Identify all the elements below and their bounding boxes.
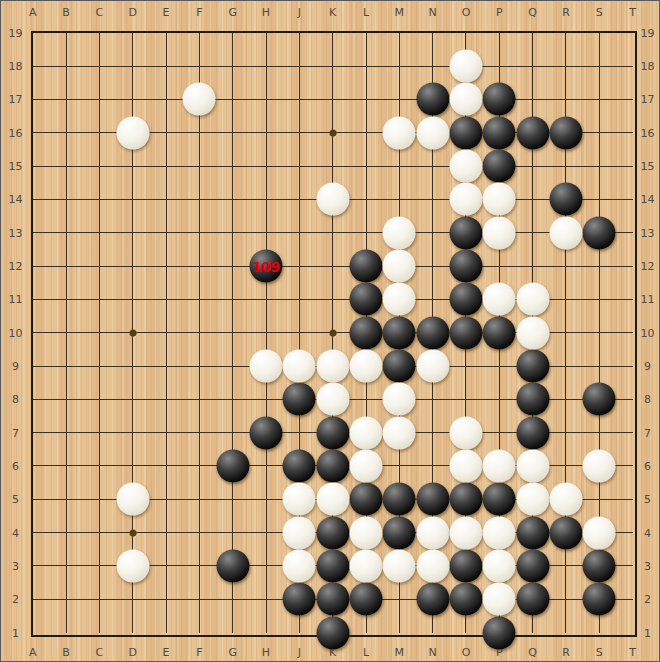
bottom-coord-N: N bbox=[429, 646, 437, 659]
left-coord-15: 15 bbox=[9, 160, 23, 173]
black-stone-H7 bbox=[250, 416, 283, 449]
bottom-coord-A: A bbox=[29, 646, 37, 659]
black-stone-O16 bbox=[449, 116, 482, 149]
left-coord-7: 7 bbox=[12, 426, 19, 439]
top-coord-J: J bbox=[298, 5, 301, 18]
white-stone-M11 bbox=[383, 283, 416, 316]
black-stone-R4 bbox=[549, 516, 582, 549]
black-stone-K1 bbox=[316, 616, 349, 649]
black-stone-P5 bbox=[483, 483, 516, 516]
black-stone-O10 bbox=[449, 316, 482, 349]
black-stone-J8 bbox=[283, 383, 316, 416]
white-stone-K8 bbox=[316, 383, 349, 416]
right-coord-1: 1 bbox=[644, 626, 651, 639]
left-coord-4: 4 bbox=[12, 526, 19, 539]
top-coord-S: S bbox=[596, 5, 603, 18]
white-stone-D5 bbox=[116, 483, 149, 516]
bottom-coord-S: S bbox=[596, 646, 603, 659]
top-coord-E: E bbox=[163, 5, 170, 18]
black-stone-L11 bbox=[350, 283, 383, 316]
black-stone-G3 bbox=[216, 549, 249, 582]
right-coord-11: 11 bbox=[641, 293, 655, 306]
bottom-coord-D: D bbox=[128, 646, 136, 659]
bottom-coord-L: L bbox=[363, 646, 369, 659]
black-stone-K4 bbox=[316, 516, 349, 549]
black-stone-S2 bbox=[583, 583, 616, 616]
white-stone-R5 bbox=[549, 483, 582, 516]
white-stone-O4 bbox=[449, 516, 482, 549]
black-stone-S3 bbox=[583, 549, 616, 582]
white-stone-M7 bbox=[383, 416, 416, 449]
bottom-coord-G: G bbox=[228, 646, 237, 659]
right-coord-3: 3 bbox=[644, 559, 651, 572]
top-coord-D: D bbox=[128, 5, 136, 18]
go-board[interactable]: AABBCCDDEEFFGGHHJJKKLLMMNNOOPPQQRRSSTT19… bbox=[0, 0, 660, 662]
black-stone-H12: 109 bbox=[250, 250, 283, 283]
left-coord-5: 5 bbox=[12, 493, 19, 506]
black-stone-O3 bbox=[449, 549, 482, 582]
white-stone-P14 bbox=[483, 183, 516, 216]
black-stone-L10 bbox=[350, 316, 383, 349]
black-stone-S13 bbox=[583, 216, 616, 249]
black-stone-K7 bbox=[316, 416, 349, 449]
white-stone-M12 bbox=[383, 250, 416, 283]
right-coord-17: 17 bbox=[641, 93, 655, 106]
left-coord-6: 6 bbox=[12, 459, 19, 472]
black-stone-N5 bbox=[416, 483, 449, 516]
black-stone-K6 bbox=[316, 449, 349, 482]
left-coord-14: 14 bbox=[9, 193, 23, 206]
white-stone-S6 bbox=[583, 449, 616, 482]
black-stone-N17 bbox=[416, 83, 449, 116]
black-stone-N10 bbox=[416, 316, 449, 349]
right-coord-6: 6 bbox=[644, 459, 651, 472]
black-stone-J6 bbox=[283, 449, 316, 482]
top-coord-K: K bbox=[329, 5, 336, 18]
left-coord-18: 18 bbox=[9, 60, 23, 73]
black-stone-Q16 bbox=[516, 116, 549, 149]
white-stone-J3 bbox=[283, 549, 316, 582]
white-stone-N9 bbox=[416, 350, 449, 383]
black-stone-Q7 bbox=[516, 416, 549, 449]
black-stone-O2 bbox=[449, 583, 482, 616]
white-stone-Q10 bbox=[516, 316, 549, 349]
bottom-coord-T: T bbox=[629, 646, 636, 659]
left-coord-10: 10 bbox=[9, 326, 23, 339]
left-coord-9: 9 bbox=[12, 360, 19, 373]
white-stone-K5 bbox=[316, 483, 349, 516]
right-coord-18: 18 bbox=[641, 60, 655, 73]
white-stone-N16 bbox=[416, 116, 449, 149]
black-stone-P15 bbox=[483, 150, 516, 183]
move-number-label: 109 bbox=[250, 250, 283, 283]
black-stone-M5 bbox=[383, 483, 416, 516]
white-stone-K14 bbox=[316, 183, 349, 216]
left-coord-3: 3 bbox=[12, 559, 19, 572]
white-stone-Q6 bbox=[516, 449, 549, 482]
black-stone-Q8 bbox=[516, 383, 549, 416]
white-stone-P4 bbox=[483, 516, 516, 549]
white-stone-M3 bbox=[383, 549, 416, 582]
bottom-coord-Q: Q bbox=[528, 646, 537, 659]
black-stone-J2 bbox=[283, 583, 316, 616]
right-coord-14: 14 bbox=[641, 193, 655, 206]
bottom-coord-H: H bbox=[262, 646, 270, 659]
white-stone-L4 bbox=[350, 516, 383, 549]
black-stone-O13 bbox=[449, 216, 482, 249]
star-point-D10 bbox=[129, 329, 136, 336]
white-stone-L6 bbox=[350, 449, 383, 482]
left-coord-13: 13 bbox=[9, 226, 23, 239]
white-stone-P3 bbox=[483, 549, 516, 582]
black-stone-K2 bbox=[316, 583, 349, 616]
black-stone-P17 bbox=[483, 83, 516, 116]
white-stone-K9 bbox=[316, 350, 349, 383]
top-coord-L: L bbox=[363, 5, 369, 18]
white-stone-Q11 bbox=[516, 283, 549, 316]
right-coord-7: 7 bbox=[644, 426, 651, 439]
black-stone-M4 bbox=[383, 516, 416, 549]
white-stone-D16 bbox=[116, 116, 149, 149]
black-stone-R14 bbox=[549, 183, 582, 216]
black-stone-P16 bbox=[483, 116, 516, 149]
white-stone-O7 bbox=[449, 416, 482, 449]
top-coord-R: R bbox=[562, 5, 570, 18]
right-coord-15: 15 bbox=[641, 160, 655, 173]
right-coord-5: 5 bbox=[644, 493, 651, 506]
black-stone-L5 bbox=[350, 483, 383, 516]
top-coord-A: A bbox=[29, 5, 37, 18]
white-stone-L3 bbox=[350, 549, 383, 582]
right-coord-2: 2 bbox=[644, 593, 651, 606]
white-stone-L9 bbox=[350, 350, 383, 383]
black-stone-N2 bbox=[416, 583, 449, 616]
white-stone-J5 bbox=[283, 483, 316, 516]
white-stone-S4 bbox=[583, 516, 616, 549]
black-stone-Q2 bbox=[516, 583, 549, 616]
black-stone-Q9 bbox=[516, 350, 549, 383]
bottom-coord-M: M bbox=[395, 646, 405, 659]
black-stone-M9 bbox=[383, 350, 416, 383]
white-stone-H9 bbox=[250, 350, 283, 383]
bottom-coord-J: J bbox=[298, 646, 301, 659]
top-coord-C: C bbox=[96, 5, 104, 18]
top-coord-G: G bbox=[228, 5, 237, 18]
white-stone-P13 bbox=[483, 216, 516, 249]
white-stone-P6 bbox=[483, 449, 516, 482]
white-stone-D3 bbox=[116, 549, 149, 582]
white-stone-M16 bbox=[383, 116, 416, 149]
white-stone-P11 bbox=[483, 283, 516, 316]
white-stone-O18 bbox=[449, 50, 482, 83]
left-coord-17: 17 bbox=[9, 93, 23, 106]
black-stone-O11 bbox=[449, 283, 482, 316]
top-coord-T: T bbox=[629, 5, 636, 18]
left-coord-11: 11 bbox=[9, 293, 23, 306]
top-coord-M: M bbox=[395, 5, 405, 18]
white-stone-O14 bbox=[449, 183, 482, 216]
white-stone-N4 bbox=[416, 516, 449, 549]
top-coord-F: F bbox=[196, 5, 202, 18]
white-stone-N3 bbox=[416, 549, 449, 582]
left-coord-8: 8 bbox=[12, 393, 19, 406]
black-stone-P10 bbox=[483, 316, 516, 349]
bottom-coord-B: B bbox=[62, 646, 70, 659]
white-stone-Q5 bbox=[516, 483, 549, 516]
star-point-D4 bbox=[129, 529, 136, 536]
right-coord-19: 19 bbox=[641, 26, 655, 39]
left-coord-2: 2 bbox=[12, 593, 19, 606]
white-stone-O15 bbox=[449, 150, 482, 183]
white-stone-M13 bbox=[383, 216, 416, 249]
white-stone-O17 bbox=[449, 83, 482, 116]
black-stone-Q4 bbox=[516, 516, 549, 549]
top-coord-Q: Q bbox=[528, 5, 537, 18]
black-stone-M10 bbox=[383, 316, 416, 349]
top-coord-N: N bbox=[429, 5, 437, 18]
right-coord-8: 8 bbox=[644, 393, 651, 406]
top-coord-B: B bbox=[62, 5, 70, 18]
white-stone-P2 bbox=[483, 583, 516, 616]
top-coord-P: P bbox=[496, 5, 503, 18]
white-stone-J4 bbox=[283, 516, 316, 549]
bottom-coord-O: O bbox=[462, 646, 471, 659]
white-stone-F17 bbox=[183, 83, 216, 116]
bottom-coord-C: C bbox=[96, 646, 104, 659]
black-stone-O5 bbox=[449, 483, 482, 516]
black-stone-L2 bbox=[350, 583, 383, 616]
star-point-K16 bbox=[329, 129, 336, 136]
left-coord-12: 12 bbox=[9, 260, 23, 273]
black-stone-R16 bbox=[549, 116, 582, 149]
star-point-K10 bbox=[329, 329, 336, 336]
left-coord-1: 1 bbox=[12, 626, 19, 639]
right-coord-16: 16 bbox=[641, 126, 655, 139]
black-stone-L12 bbox=[350, 250, 383, 283]
bottom-coord-E: E bbox=[163, 646, 170, 659]
black-stone-K3 bbox=[316, 549, 349, 582]
black-stone-P1 bbox=[483, 616, 516, 649]
white-stone-L7 bbox=[350, 416, 383, 449]
right-coord-10: 10 bbox=[641, 326, 655, 339]
white-stone-O6 bbox=[449, 449, 482, 482]
white-stone-J9 bbox=[283, 350, 316, 383]
right-coord-13: 13 bbox=[641, 226, 655, 239]
right-coord-12: 12 bbox=[641, 260, 655, 273]
right-coord-9: 9 bbox=[644, 360, 651, 373]
black-stone-G6 bbox=[216, 449, 249, 482]
left-coord-16: 16 bbox=[9, 126, 23, 139]
bottom-coord-F: F bbox=[196, 646, 202, 659]
left-coord-19: 19 bbox=[9, 26, 23, 39]
black-stone-O12 bbox=[449, 250, 482, 283]
right-coord-4: 4 bbox=[644, 526, 651, 539]
white-stone-M8 bbox=[383, 383, 416, 416]
black-stone-Q3 bbox=[516, 549, 549, 582]
white-stone-R13 bbox=[549, 216, 582, 249]
top-coord-H: H bbox=[262, 5, 270, 18]
top-coord-O: O bbox=[462, 5, 471, 18]
black-stone-S8 bbox=[583, 383, 616, 416]
bottom-coord-R: R bbox=[562, 646, 570, 659]
